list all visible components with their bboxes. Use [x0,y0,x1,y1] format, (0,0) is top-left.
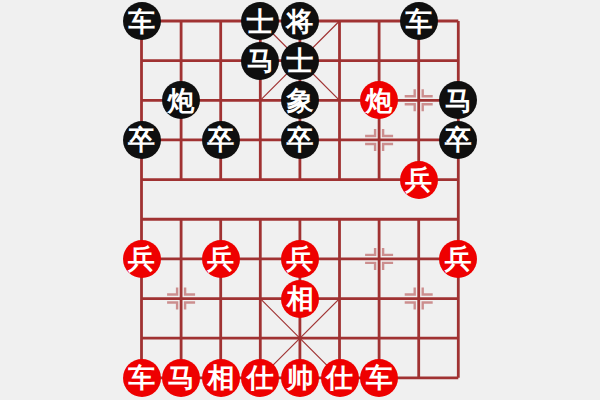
piece-black-zu[interactable]: 卒 [202,121,240,159]
piece-red-xiang[interactable]: 相 [281,280,319,318]
piece-red-shi[interactable]: 仕 [241,359,279,397]
piece-red-shi[interactable]: 仕 [321,359,359,397]
piece-red-bing[interactable]: 兵 [123,240,161,278]
piece-red-che[interactable]: 车 [123,359,161,397]
piece-black-ma[interactable]: 马 [241,42,279,80]
piece-red-pao[interactable]: 炮 [360,81,398,119]
piece-red-bing[interactable]: 兵 [202,240,240,278]
piece-red-shuai[interactable]: 帅 [281,359,319,397]
piece-black-xiang[interactable]: 象 [281,81,319,119]
piece-black-zu[interactable]: 卒 [439,121,477,159]
piece-black-che[interactable]: 车 [400,2,438,40]
piece-red-bing[interactable]: 兵 [281,240,319,278]
piece-red-xiang[interactable]: 相 [202,359,240,397]
xiangqi-board: 车士将车马士炮象炮马卒卒卒卒兵兵兵兵兵相车马相仕帅仕车 [0,0,600,400]
piece-black-zu[interactable]: 卒 [123,121,161,159]
piece-black-jiang[interactable]: 将 [281,2,319,40]
piece-red-che[interactable]: 车 [360,359,398,397]
piece-red-ma[interactable]: 马 [162,359,200,397]
piece-black-shi[interactable]: 士 [281,42,319,80]
piece-black-ma[interactable]: 马 [439,81,477,119]
piece-red-bing[interactable]: 兵 [439,240,477,278]
piece-black-che[interactable]: 车 [123,2,161,40]
piece-black-zu[interactable]: 卒 [281,121,319,159]
piece-red-bing[interactable]: 兵 [400,161,438,199]
piece-black-pao[interactable]: 炮 [162,81,200,119]
piece-black-shi[interactable]: 士 [241,2,279,40]
